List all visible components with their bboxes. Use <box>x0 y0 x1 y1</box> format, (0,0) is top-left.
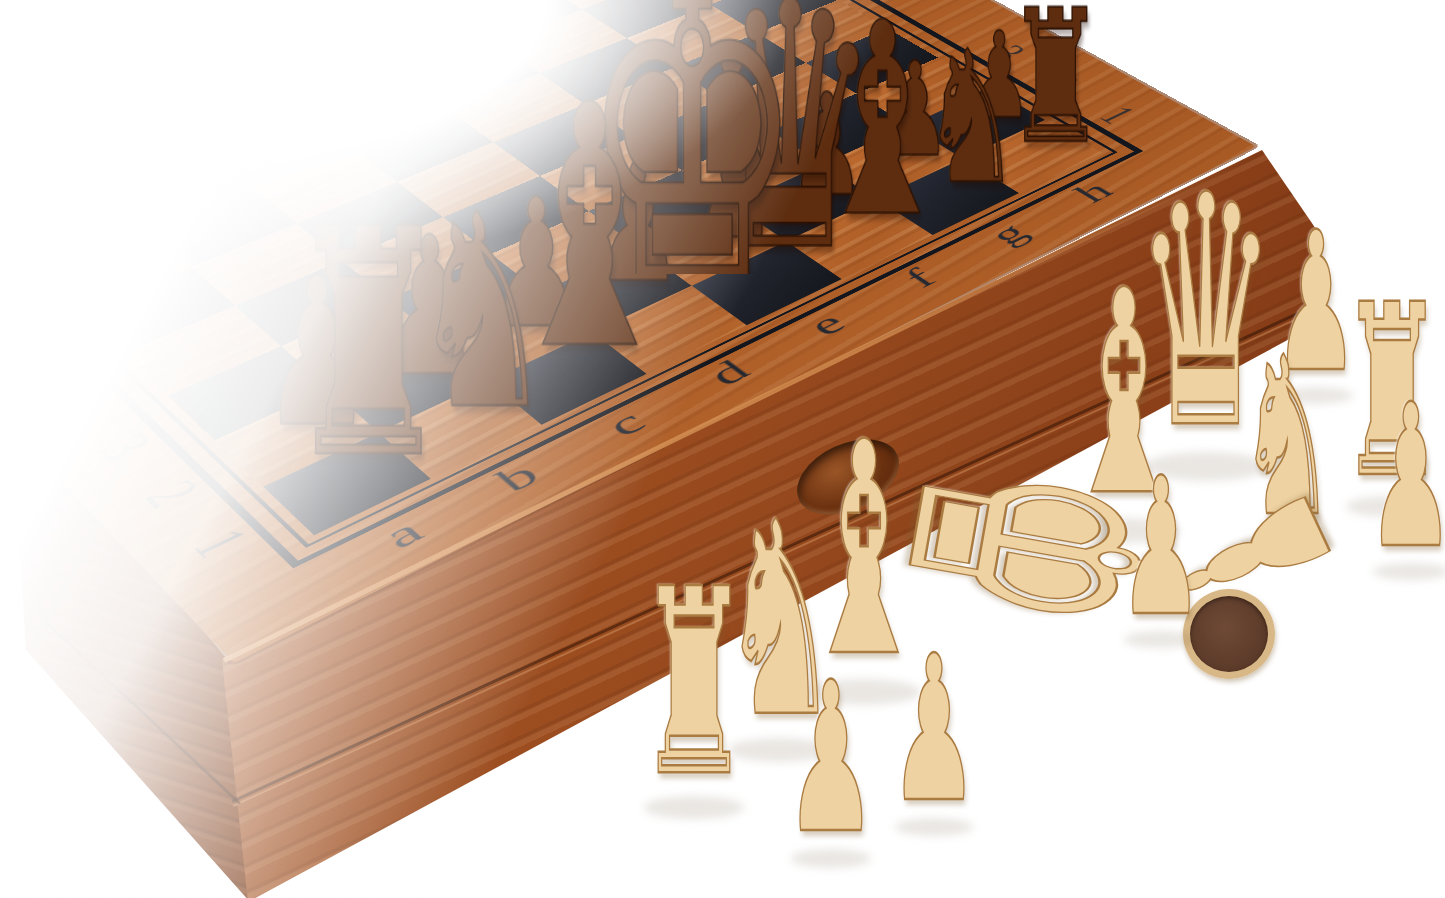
white-pawn-standing-12[interactable]: ♟ <box>889 629 978 830</box>
chess-set-photo: ♟♟♟♟♟♟♟♟♜♞♝♚♛♝♞♜ abcdefgh12345678123 ♟♛♜… <box>0 0 1445 898</box>
white-rook-standing-11[interactable]: ♜ <box>637 556 751 812</box>
scattered-light-pieces: ♟♛♜♝♞♟♟♚♟♝♞♜♟♟ <box>0 0 1445 898</box>
white-pawn-standing-5[interactable]: ♟ <box>1367 377 1445 575</box>
white-pawn-standing-8[interactable]: ♟ <box>1119 453 1203 643</box>
white-pawn-standing-13[interactable]: ♟ <box>785 654 877 862</box>
